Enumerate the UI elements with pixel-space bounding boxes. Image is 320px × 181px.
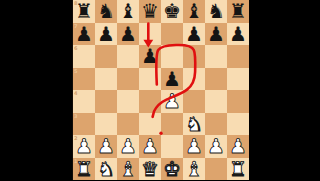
square-g6[interactable] (205, 45, 227, 68)
piece-black-pawn[interactable]: ♟ (119, 23, 137, 43)
square-c2[interactable]: ♟ (117, 135, 139, 158)
square-c3[interactable] (117, 113, 139, 136)
square-e1[interactable]: ♚ (161, 158, 183, 181)
piece-white-pawn[interactable]: ♟ (163, 91, 181, 111)
rank-label: 6 (74, 45, 77, 51)
square-g3[interactable] (205, 113, 227, 136)
piece-white-pawn[interactable]: ♟ (75, 136, 93, 156)
square-g7[interactable]: ♟ (205, 23, 227, 46)
piece-black-king[interactable]: ♚ (163, 1, 181, 21)
square-b7[interactable]: ♟ (95, 23, 117, 46)
square-a2[interactable]: 2♟ (73, 135, 95, 158)
square-h7[interactable]: ♟ (227, 23, 249, 46)
square-c8[interactable]: ♝ (117, 0, 139, 23)
piece-white-pawn[interactable]: ♟ (229, 136, 247, 156)
piece-white-pawn[interactable]: ♟ (185, 136, 203, 156)
square-d4[interactable] (139, 90, 161, 113)
square-e5[interactable]: ♟ (161, 68, 183, 91)
square-g5[interactable] (205, 68, 227, 91)
piece-black-pawn[interactable]: ♟ (229, 23, 247, 43)
piece-white-pawn[interactable]: ♟ (119, 136, 137, 156)
piece-black-rook[interactable]: ♜ (75, 1, 93, 21)
square-a5[interactable]: 5 (73, 68, 95, 91)
square-h6[interactable] (227, 45, 249, 68)
piece-white-king[interactable]: ♚ (163, 158, 181, 178)
square-f7[interactable]: ♟ (183, 23, 205, 46)
square-d2[interactable]: ♟ (139, 135, 161, 158)
square-d6[interactable]: ♟ (139, 45, 161, 68)
piece-white-rook[interactable]: ♜ (75, 158, 93, 178)
piece-white-pawn[interactable]: ♟ (97, 136, 115, 156)
piece-white-queen[interactable]: ♛ (141, 158, 159, 178)
square-f6[interactable] (183, 45, 205, 68)
rank-label: 3 (74, 113, 77, 119)
square-d1[interactable]: ♛ (139, 158, 161, 181)
square-a8[interactable]: 8♜ (73, 0, 95, 23)
square-h3[interactable] (227, 113, 249, 136)
square-f3[interactable]: ♞ (183, 113, 205, 136)
piece-white-knight[interactable]: ♞ (185, 113, 203, 133)
square-h8[interactable]: ♜ (227, 0, 249, 23)
rank-label: 5 (74, 68, 77, 74)
square-b6[interactable] (95, 45, 117, 68)
piece-black-pawn[interactable]: ♟ (185, 23, 203, 43)
piece-black-pawn[interactable]: ♟ (141, 46, 159, 66)
square-d5[interactable] (139, 68, 161, 91)
piece-white-knight[interactable]: ♞ (97, 158, 115, 178)
letterbox-right (249, 0, 320, 180)
video-frame: 8♜♞♝♛♚♝♞♜7♟♟♟♟♟♟6♟5♟4♟3♞2♟♟♟♟♟♟♟1♜♞♝♛♚♝♜ (0, 0, 320, 180)
square-h5[interactable] (227, 68, 249, 91)
piece-black-pawn[interactable]: ♟ (97, 23, 115, 43)
square-b4[interactable] (95, 90, 117, 113)
square-f4[interactable] (183, 90, 205, 113)
square-g1[interactable] (205, 158, 227, 181)
square-g4[interactable] (205, 90, 227, 113)
square-e2[interactable] (161, 135, 183, 158)
piece-white-pawn[interactable]: ♟ (207, 136, 225, 156)
piece-black-pawn[interactable]: ♟ (75, 23, 93, 43)
chess-board[interactable]: 8♜♞♝♛♚♝♞♜7♟♟♟♟♟♟6♟5♟4♟3♞2♟♟♟♟♟♟♟1♜♞♝♛♚♝♜ (72, 0, 249, 180)
square-e7[interactable] (161, 23, 183, 46)
square-a4[interactable]: 4 (73, 90, 95, 113)
piece-black-queen[interactable]: ♛ (141, 1, 159, 21)
square-c1[interactable]: ♝ (117, 158, 139, 181)
square-h1[interactable]: ♜ (227, 158, 249, 181)
piece-black-pawn[interactable]: ♟ (207, 23, 225, 43)
square-a1[interactable]: 1♜ (73, 158, 95, 181)
square-e8[interactable]: ♚ (161, 0, 183, 23)
square-d3[interactable] (139, 113, 161, 136)
square-a7[interactable]: 7♟ (73, 23, 95, 46)
square-b5[interactable] (95, 68, 117, 91)
square-f2[interactable]: ♟ (183, 135, 205, 158)
square-c5[interactable] (117, 68, 139, 91)
square-b2[interactable]: ♟ (95, 135, 117, 158)
square-f5[interactable] (183, 68, 205, 91)
square-a6[interactable]: 6 (73, 45, 95, 68)
square-b3[interactable] (95, 113, 117, 136)
piece-black-bishop[interactable]: ♝ (185, 1, 203, 21)
square-g8[interactable]: ♞ (205, 0, 227, 23)
square-e3[interactable] (161, 113, 183, 136)
square-g2[interactable]: ♟ (205, 135, 227, 158)
square-b8[interactable]: ♞ (95, 0, 117, 23)
piece-black-knight[interactable]: ♞ (97, 1, 115, 21)
piece-white-pawn[interactable]: ♟ (141, 136, 159, 156)
letterbox-left (0, 0, 72, 180)
square-e6[interactable] (161, 45, 183, 68)
square-b1[interactable]: ♞ (95, 158, 117, 181)
piece-black-bishop[interactable]: ♝ (119, 1, 137, 21)
piece-black-knight[interactable]: ♞ (207, 1, 225, 21)
piece-white-bishop[interactable]: ♝ (185, 158, 203, 178)
rank-label: 4 (74, 90, 77, 96)
square-h2[interactable]: ♟ (227, 135, 249, 158)
square-f1[interactable]: ♝ (183, 158, 205, 181)
square-a3[interactable]: 3 (73, 113, 95, 136)
piece-black-rook[interactable]: ♜ (229, 1, 247, 21)
square-e4[interactable]: ♟ (161, 90, 183, 113)
square-f8[interactable]: ♝ (183, 0, 205, 23)
piece-white-bishop[interactable]: ♝ (119, 158, 137, 178)
square-c4[interactable] (117, 90, 139, 113)
square-d8[interactable]: ♛ (139, 0, 161, 23)
square-d7[interactable] (139, 23, 161, 46)
piece-black-pawn[interactable]: ♟ (163, 68, 181, 88)
square-c7[interactable]: ♟ (117, 23, 139, 46)
piece-white-rook[interactable]: ♜ (229, 158, 247, 178)
square-h4[interactable] (227, 90, 249, 113)
square-c6[interactable] (117, 45, 139, 68)
